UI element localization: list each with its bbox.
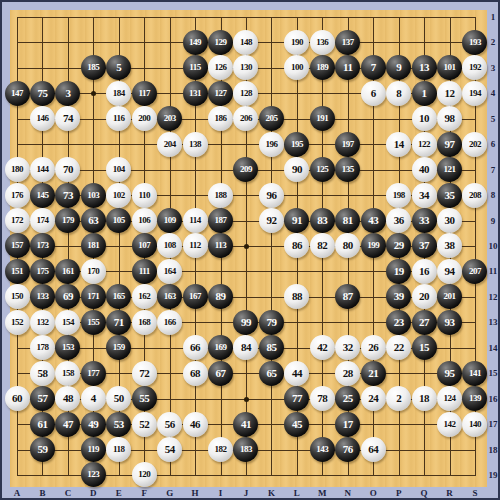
stone-white-174-B9: 174 [30, 208, 55, 233]
stone-black-187-I9: 187 [208, 208, 233, 233]
stone-black-145-B8: 145 [30, 183, 55, 208]
stone-black-65-K15: 65 [259, 361, 284, 386]
stone-black-53-E17: 53 [106, 412, 131, 437]
stone-white-34-Q8: 34 [412, 183, 437, 208]
stone-black-19-P11: 19 [386, 259, 411, 284]
stone-black-43-O9: 43 [361, 208, 386, 233]
stone-black-57-B16: 57 [30, 386, 55, 411]
stone-white-188-I8: 188 [208, 183, 233, 208]
stone-black-67-I15: 67 [208, 361, 233, 386]
stone-black-37-Q10: 37 [412, 233, 437, 258]
stone-black-83-M9: 83 [310, 208, 335, 233]
stone-white-30-R9: 30 [437, 208, 462, 233]
col-label-A: A [14, 488, 21, 498]
stone-white-176-A8: 176 [5, 183, 30, 208]
stone-black-71-E13: 71 [106, 310, 131, 335]
stone-black-7-O3: 7 [361, 55, 386, 80]
stone-black-93-R13: 93 [437, 310, 462, 335]
row-label-16: 16 [489, 394, 498, 404]
stone-white-44-L15: 44 [284, 361, 309, 386]
stone-white-136-M2: 136 [310, 30, 335, 55]
stone-white-144-B7: 144 [30, 157, 55, 182]
row-label-7: 7 [491, 165, 496, 175]
stone-white-182-I18: 182 [208, 437, 233, 462]
stone-white-96-K8: 96 [259, 183, 284, 208]
stone-black-27-Q13: 27 [412, 310, 437, 335]
stone-white-172-A9: 172 [5, 208, 30, 233]
stone-black-167-H12: 167 [183, 284, 208, 309]
stone-black-127-I4: 127 [208, 81, 233, 106]
row-label-5: 5 [491, 114, 496, 124]
stone-black-17-N17: 17 [335, 412, 360, 437]
row-label-4: 4 [491, 88, 496, 98]
stone-black-13-Q3: 13 [412, 55, 437, 80]
stone-black-147-A4: 147 [5, 81, 30, 106]
stone-white-56-G17: 56 [157, 412, 182, 437]
stone-white-184-E4: 184 [106, 81, 131, 106]
row-label-14: 14 [489, 343, 498, 353]
row-label-19: 19 [489, 470, 498, 480]
stone-white-132-B13: 132 [30, 310, 55, 335]
stone-black-151-A11: 151 [5, 259, 30, 284]
stone-white-122-Q6: 122 [412, 132, 437, 157]
stone-white-58-B15: 58 [30, 361, 55, 386]
row-label-17: 17 [489, 419, 498, 429]
stone-white-18-Q16: 18 [412, 386, 437, 411]
col-label-Q: Q [421, 488, 428, 498]
col-label-F: F [141, 488, 147, 498]
stone-white-180-A7: 180 [5, 157, 30, 182]
stone-black-23-P13: 23 [386, 310, 411, 335]
star-point-J16 [244, 397, 249, 402]
stone-white-40-Q7: 40 [412, 157, 437, 182]
stone-white-142-R17: 142 [437, 412, 462, 437]
stone-white-140-S17: 140 [462, 412, 487, 437]
col-label-S: S [472, 488, 477, 498]
stone-black-131-H4: 131 [183, 81, 208, 106]
stone-white-72-F15: 72 [132, 361, 157, 386]
stone-white-200-F5: 200 [132, 106, 157, 131]
col-label-H: H [192, 488, 199, 498]
stone-black-175-B11: 175 [30, 259, 55, 284]
stone-black-41-J17: 41 [233, 412, 258, 437]
stone-black-15-Q14: 15 [412, 335, 437, 360]
stone-black-75-B4: 75 [30, 81, 55, 106]
stone-white-66-H14: 66 [183, 335, 208, 360]
stone-black-21-O15: 21 [361, 361, 386, 386]
stone-black-35-R8: 35 [437, 183, 462, 208]
col-label-B: B [39, 488, 45, 498]
col-label-K: K [268, 488, 275, 498]
col-label-J: J [244, 488, 249, 498]
stone-white-8-P4: 8 [386, 81, 411, 106]
stone-white-16-Q11: 16 [412, 259, 437, 284]
row-label-2: 2 [491, 37, 496, 47]
stone-white-24-O16: 24 [361, 386, 386, 411]
stone-white-26-O14: 26 [361, 335, 386, 360]
col-label-C: C [65, 488, 72, 498]
stone-black-59-B18: 59 [30, 437, 55, 462]
stone-white-20-Q12: 20 [412, 284, 437, 309]
stone-white-112-H10: 112 [183, 233, 208, 258]
stone-black-1-Q4: 1 [412, 81, 437, 106]
stone-white-198-P8: 198 [386, 183, 411, 208]
row-label-3: 3 [491, 63, 496, 73]
row-label-18: 18 [489, 445, 498, 455]
stone-white-92-K9: 92 [259, 208, 284, 233]
col-label-N: N [345, 488, 352, 498]
stone-white-164-G11: 164 [157, 259, 182, 284]
stone-black-45-L17: 45 [284, 412, 309, 437]
col-label-O: O [370, 488, 377, 498]
col-label-R: R [446, 488, 453, 498]
col-label-D: D [90, 488, 97, 498]
stone-white-94-R11: 94 [437, 259, 462, 284]
row-label-8: 8 [491, 190, 496, 200]
stone-white-196-K6: 196 [259, 132, 284, 157]
stone-black-149-H2: 149 [183, 30, 208, 55]
stone-white-168-F13: 168 [132, 310, 157, 335]
stone-black-155-D13: 155 [81, 310, 106, 335]
stone-white-6-O4: 6 [361, 81, 386, 106]
stone-black-33-Q9: 33 [412, 208, 437, 233]
stone-black-63-D9: 63 [81, 208, 106, 233]
col-label-L: L [294, 488, 300, 498]
stone-white-170-D11: 170 [81, 259, 106, 284]
stone-white-28-N15: 28 [335, 361, 360, 386]
stone-white-162-F12: 162 [132, 284, 157, 309]
star-point-J10 [244, 244, 249, 249]
stone-black-95-R15: 95 [437, 361, 462, 386]
stone-black-111-F11: 111 [132, 259, 157, 284]
stone-black-195-L6: 195 [284, 132, 309, 157]
stone-black-97-R6: 97 [437, 132, 462, 157]
stone-white-68-H15: 68 [183, 361, 208, 386]
stone-white-114-H9: 114 [183, 208, 208, 233]
stone-white-60-A16: 60 [5, 386, 30, 411]
stone-white-52-F17: 52 [132, 412, 157, 437]
stone-white-106-F9: 106 [132, 208, 157, 233]
stone-black-117-F4: 117 [132, 81, 157, 106]
row-label-15: 15 [489, 368, 498, 378]
stone-black-119-D18: 119 [81, 437, 106, 462]
stone-white-150-A12: 150 [5, 284, 30, 309]
stone-black-129-I2: 129 [208, 30, 233, 55]
stone-white-12-R4: 12 [437, 81, 462, 106]
stone-black-191-M5: 191 [310, 106, 335, 131]
stone-white-204-G6: 204 [157, 132, 182, 157]
stone-black-55-F16: 55 [132, 386, 157, 411]
row-label-1: 1 [491, 12, 496, 22]
row-label-13: 13 [489, 317, 498, 327]
goban-frame: ABCDEFGHIJKLMNOPQRS123456789101112131415… [0, 0, 500, 500]
stone-black-197-N6: 197 [335, 132, 360, 157]
stone-black-177-D15: 177 [81, 361, 106, 386]
stone-white-152-A13: 152 [5, 310, 30, 335]
col-label-G: G [166, 488, 173, 498]
stone-white-10-Q5: 10 [412, 106, 437, 131]
stone-black-103-D8: 103 [81, 183, 106, 208]
stone-white-46-H17: 46 [183, 412, 208, 437]
row-label-11: 11 [489, 266, 498, 276]
row-label-12: 12 [489, 292, 498, 302]
stone-black-49-D17: 49 [81, 412, 106, 437]
row-label-10: 10 [489, 241, 498, 251]
stone-white-14-P6: 14 [386, 132, 411, 157]
stone-black-143-M18: 143 [310, 437, 335, 462]
stone-black-125-M7: 125 [310, 157, 335, 182]
row-label-9: 9 [491, 216, 496, 226]
stone-white-110-F8: 110 [132, 183, 157, 208]
stone-white-166-G13: 166 [157, 310, 182, 335]
col-label-M: M [318, 488, 327, 498]
stone-black-47-C17: 47 [55, 412, 80, 437]
grid-vline-K [271, 17, 272, 476]
stone-white-78-M16: 78 [310, 386, 335, 411]
stone-black-61-B17: 61 [30, 412, 55, 437]
row-label-6: 6 [491, 139, 496, 149]
col-label-I: I [219, 488, 223, 498]
stone-white-158-C15: 158 [55, 361, 80, 386]
stone-black-157-A10: 157 [5, 233, 30, 258]
stone-white-42-M14: 42 [310, 335, 335, 360]
stone-white-138-H6: 138 [183, 132, 208, 157]
stone-white-64-O18: 64 [361, 437, 386, 462]
stone-white-208-S8: 208 [462, 183, 487, 208]
stone-black-73-C8: 73 [55, 183, 80, 208]
stone-black-115-H3: 115 [183, 55, 208, 80]
stone-white-4-D16: 4 [81, 386, 106, 411]
col-label-E: E [116, 488, 122, 498]
col-label-P: P [396, 488, 402, 498]
stone-white-102-E8: 102 [106, 183, 131, 208]
stone-black-79-K13: 79 [259, 310, 284, 335]
